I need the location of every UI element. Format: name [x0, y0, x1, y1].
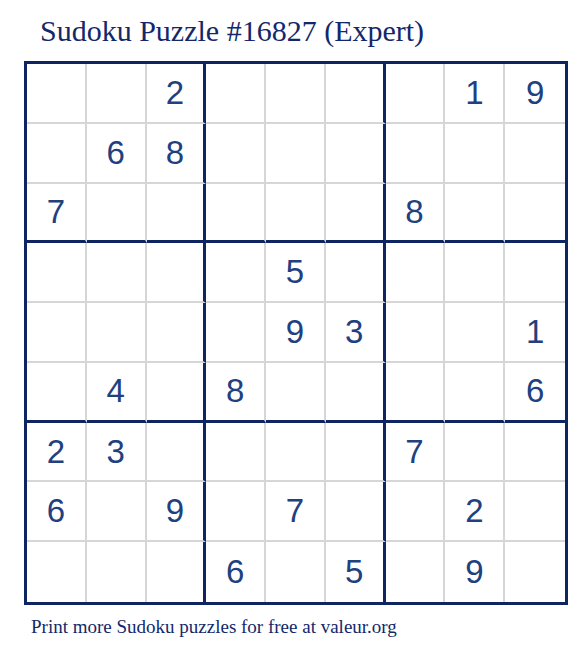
cell-r7c4[interactable]: [206, 423, 266, 483]
cell-r6c8[interactable]: [445, 363, 505, 423]
cell-r5c1[interactable]: [27, 303, 87, 363]
cell-r3c5[interactable]: [266, 184, 326, 244]
cell-r2c5[interactable]: [266, 124, 326, 184]
cell-r2c7[interactable]: [386, 124, 446, 184]
cell-r7c8[interactable]: [445, 423, 505, 483]
cell-r2c1[interactable]: [27, 124, 87, 184]
cell-r6c7[interactable]: [386, 363, 446, 423]
cell-r4c2[interactable]: [87, 243, 147, 303]
cell-r5c2[interactable]: [87, 303, 147, 363]
cell-r8c5[interactable]: 7: [266, 482, 326, 542]
cell-r6c2[interactable]: 4: [87, 363, 147, 423]
cell-r5c8[interactable]: [445, 303, 505, 363]
cell-r9c5[interactable]: [266, 542, 326, 602]
cell-r2c3[interactable]: 8: [147, 124, 207, 184]
cell-r8c6[interactable]: [326, 482, 386, 542]
cell-r5c6[interactable]: 3: [326, 303, 386, 363]
cell-r8c7[interactable]: [386, 482, 446, 542]
cell-r7c5[interactable]: [266, 423, 326, 483]
cell-r8c4[interactable]: [206, 482, 266, 542]
cell-r3c9[interactable]: [505, 184, 565, 244]
cell-r5c3[interactable]: [147, 303, 207, 363]
cell-r1c4[interactable]: [206, 64, 266, 124]
cell-r4c3[interactable]: [147, 243, 207, 303]
cell-r9c2[interactable]: [87, 542, 147, 602]
cell-r1c6[interactable]: [326, 64, 386, 124]
cell-r8c3[interactable]: 9: [147, 482, 207, 542]
cell-r6c9[interactable]: 6: [505, 363, 565, 423]
footer-credit: Print more Sudoku puzzles for free at va…: [31, 615, 397, 639]
cell-r4c6[interactable]: [326, 243, 386, 303]
cell-r8c9[interactable]: [505, 482, 565, 542]
cell-r7c7[interactable]: 7: [386, 423, 446, 483]
cell-r4c4[interactable]: [206, 243, 266, 303]
cell-r5c9[interactable]: 1: [505, 303, 565, 363]
cell-r7c3[interactable]: [147, 423, 207, 483]
cell-r4c8[interactable]: [445, 243, 505, 303]
cell-r9c3[interactable]: [147, 542, 207, 602]
cell-r3c8[interactable]: [445, 184, 505, 244]
cell-r7c9[interactable]: [505, 423, 565, 483]
cell-r9c6[interactable]: 5: [326, 542, 386, 602]
cell-r3c3[interactable]: [147, 184, 207, 244]
cell-r3c2[interactable]: [87, 184, 147, 244]
cell-r1c2[interactable]: [87, 64, 147, 124]
cell-r6c5[interactable]: [266, 363, 326, 423]
cell-r2c8[interactable]: [445, 124, 505, 184]
cell-r2c6[interactable]: [326, 124, 386, 184]
cell-r2c2[interactable]: 6: [87, 124, 147, 184]
cell-r6c1[interactable]: [27, 363, 87, 423]
cell-r6c6[interactable]: [326, 363, 386, 423]
cell-r4c7[interactable]: [386, 243, 446, 303]
sudoku-page: Sudoku Puzzle #16827 (Expert) 2196878593…: [0, 0, 580, 651]
cell-r5c5[interactable]: 9: [266, 303, 326, 363]
cell-r5c7[interactable]: [386, 303, 446, 363]
cell-r4c5[interactable]: 5: [266, 243, 326, 303]
cell-r8c2[interactable]: [87, 482, 147, 542]
cell-r3c1[interactable]: 7: [27, 184, 87, 244]
cell-r6c3[interactable]: [147, 363, 207, 423]
sudoku-board: 219687859314862376972659: [24, 61, 568, 605]
cell-r7c1[interactable]: 2: [27, 423, 87, 483]
page-title: Sudoku Puzzle #16827 (Expert): [40, 12, 424, 50]
cell-r4c1[interactable]: [27, 243, 87, 303]
cell-r6c4[interactable]: 8: [206, 363, 266, 423]
cell-r7c6[interactable]: [326, 423, 386, 483]
cell-r9c4[interactable]: 6: [206, 542, 266, 602]
cell-r8c1[interactable]: 6: [27, 482, 87, 542]
cell-r1c3[interactable]: 2: [147, 64, 207, 124]
cell-r1c5[interactable]: [266, 64, 326, 124]
cell-r7c2[interactable]: 3: [87, 423, 147, 483]
cell-r3c4[interactable]: [206, 184, 266, 244]
cell-r5c4[interactable]: [206, 303, 266, 363]
cell-r9c9[interactable]: [505, 542, 565, 602]
cell-r9c8[interactable]: 9: [445, 542, 505, 602]
cell-r1c9[interactable]: 9: [505, 64, 565, 124]
cell-r1c1[interactable]: [27, 64, 87, 124]
cell-r2c9[interactable]: [505, 124, 565, 184]
cell-r9c7[interactable]: [386, 542, 446, 602]
cell-r9c1[interactable]: [27, 542, 87, 602]
cell-r2c4[interactable]: [206, 124, 266, 184]
cell-r3c6[interactable]: [326, 184, 386, 244]
cell-r8c8[interactable]: 2: [445, 482, 505, 542]
cell-r4c9[interactable]: [505, 243, 565, 303]
cell-r1c7[interactable]: [386, 64, 446, 124]
cell-r3c7[interactable]: 8: [386, 184, 446, 244]
cell-r1c8[interactable]: 1: [445, 64, 505, 124]
